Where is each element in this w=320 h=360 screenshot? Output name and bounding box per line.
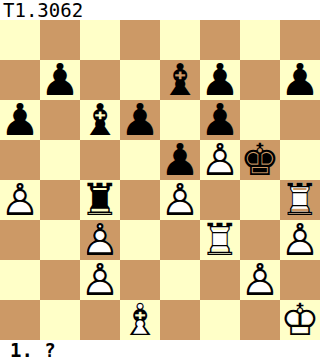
white-rook-outline: ♖ — [200, 220, 240, 260]
white-pawn-outline: ♙ — [160, 180, 200, 220]
square-a2[interactable] — [0, 260, 40, 300]
white-pawn-outline: ♙ — [0, 180, 40, 220]
black-pawn[interactable]: ♟ — [120, 100, 160, 140]
square-a4[interactable]: ♟♙ — [0, 180, 40, 220]
puzzle-id: T1.3062 — [0, 0, 83, 20]
white-pawn[interactable]: ♟♙ — [200, 140, 240, 180]
square-d6[interactable]: ♟ — [120, 100, 160, 140]
white-king[interactable]: ♚♔ — [280, 300, 320, 340]
white-pawn-outline: ♙ — [80, 260, 120, 300]
square-b6[interactable] — [40, 100, 80, 140]
square-e1[interactable] — [160, 300, 200, 340]
black-pawn[interactable]: ♟ — [0, 100, 40, 140]
square-f1[interactable] — [200, 300, 240, 340]
move-prompt: 1. ? — [0, 340, 56, 360]
square-e7[interactable]: ♝ — [160, 60, 200, 100]
black-pawn[interactable]: ♟ — [280, 60, 320, 100]
square-e2[interactable] — [160, 260, 200, 300]
title-bar: T1.3062 — [0, 0, 320, 20]
white-rook[interactable]: ♜♖ — [200, 220, 240, 260]
white-pawn-outline: ♙ — [200, 140, 240, 180]
white-bishop-outline: ♗ — [120, 300, 160, 340]
square-h6[interactable] — [280, 100, 320, 140]
square-g2[interactable]: ♟♙ — [240, 260, 280, 300]
square-e3[interactable] — [160, 220, 200, 260]
chess-board: ♟♝♟♟♟♝♟♟♟♟♙♚♟♙♜♟♙♜♖♟♙♜♖♟♙♟♙♟♙♝♗♚♔ — [0, 20, 320, 340]
white-bishop[interactable]: ♝♗ — [120, 300, 160, 340]
square-g8[interactable] — [240, 20, 280, 60]
square-h3[interactable]: ♟♙ — [280, 220, 320, 260]
black-bishop[interactable]: ♝ — [160, 60, 200, 100]
square-g7[interactable] — [240, 60, 280, 100]
square-b2[interactable] — [40, 260, 80, 300]
square-f3[interactable]: ♜♖ — [200, 220, 240, 260]
square-f5[interactable]: ♟♙ — [200, 140, 240, 180]
black-bishop[interactable]: ♝ — [80, 100, 120, 140]
square-f2[interactable] — [200, 260, 240, 300]
white-pawn[interactable]: ♟♙ — [80, 260, 120, 300]
square-h1[interactable]: ♚♔ — [280, 300, 320, 340]
square-d5[interactable] — [120, 140, 160, 180]
square-c8[interactable] — [80, 20, 120, 60]
square-b5[interactable] — [40, 140, 80, 180]
square-e4[interactable]: ♟♙ — [160, 180, 200, 220]
square-a6[interactable]: ♟ — [0, 100, 40, 140]
square-h7[interactable]: ♟ — [280, 60, 320, 100]
square-d3[interactable] — [120, 220, 160, 260]
square-a8[interactable] — [0, 20, 40, 60]
square-c2[interactable]: ♟♙ — [80, 260, 120, 300]
square-g4[interactable] — [240, 180, 280, 220]
square-b7[interactable]: ♟ — [40, 60, 80, 100]
white-pawn[interactable]: ♟♙ — [160, 180, 200, 220]
white-pawn[interactable]: ♟♙ — [0, 180, 40, 220]
square-c6[interactable]: ♝ — [80, 100, 120, 140]
square-g1[interactable] — [240, 300, 280, 340]
square-a3[interactable] — [0, 220, 40, 260]
square-d4[interactable] — [120, 180, 160, 220]
white-pawn-outline: ♙ — [240, 260, 280, 300]
white-king-outline: ♔ — [280, 300, 320, 340]
black-king[interactable]: ♚ — [240, 140, 280, 180]
square-b4[interactable] — [40, 180, 80, 220]
square-c1[interactable] — [80, 300, 120, 340]
move-prompt-bar: 1. ? — [0, 340, 320, 360]
square-d8[interactable] — [120, 20, 160, 60]
square-a1[interactable] — [0, 300, 40, 340]
square-g5[interactable]: ♚ — [240, 140, 280, 180]
square-b3[interactable] — [40, 220, 80, 260]
white-pawn[interactable]: ♟♙ — [240, 260, 280, 300]
square-b1[interactable] — [40, 300, 80, 340]
white-pawn[interactable]: ♟♙ — [280, 220, 320, 260]
black-pawn[interactable]: ♟ — [40, 60, 80, 100]
white-pawn-outline: ♙ — [280, 220, 320, 260]
square-d1[interactable]: ♝♗ — [120, 300, 160, 340]
